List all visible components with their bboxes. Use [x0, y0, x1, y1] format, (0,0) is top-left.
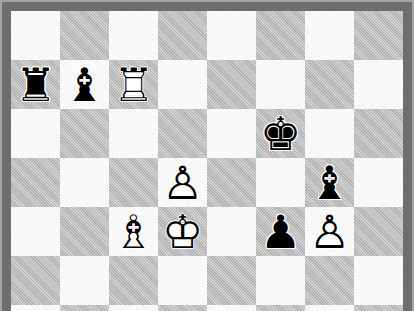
white-bishop: ♝♗	[109, 207, 158, 256]
white-king-fill: ♚	[158, 207, 207, 256]
square-c3[interactable]	[109, 256, 158, 305]
square-g6[interactable]	[305, 109, 354, 158]
square-h3[interactable]	[354, 256, 403, 305]
square-d8[interactable]	[158, 11, 207, 60]
black-king: ♚	[256, 109, 305, 158]
window-bevel: ♜♝♜♖♚♟♙♝♝♗♚♔♟♟♙	[0, 0, 414, 311]
square-e2[interactable]	[207, 305, 256, 311]
square-f6[interactable]: ♚	[256, 109, 305, 158]
white-pawn-fill: ♟	[158, 158, 207, 207]
square-c2[interactable]	[109, 305, 158, 311]
square-f8[interactable]	[256, 11, 305, 60]
black-bishop: ♝	[305, 158, 354, 207]
square-b4[interactable]	[60, 207, 109, 256]
black-pawn-glyph: ♟	[256, 207, 305, 256]
black-bishop-glyph: ♝	[305, 158, 354, 207]
square-a3[interactable]	[11, 256, 60, 305]
square-g4[interactable]: ♟♙	[305, 207, 354, 256]
square-h5[interactable]	[354, 158, 403, 207]
square-h2[interactable]	[354, 305, 403, 311]
square-b2[interactable]	[60, 305, 109, 311]
square-g2[interactable]	[305, 305, 354, 311]
square-c5[interactable]	[109, 158, 158, 207]
square-b6[interactable]	[60, 109, 109, 158]
square-g8[interactable]	[305, 11, 354, 60]
white-king: ♚♔	[158, 207, 207, 256]
square-e7[interactable]	[207, 60, 256, 109]
square-g5[interactable]: ♝	[305, 158, 354, 207]
square-a6[interactable]	[11, 109, 60, 158]
white-bishop-outline: ♗	[109, 207, 158, 256]
square-d2[interactable]	[158, 305, 207, 311]
white-pawn-outline: ♙	[305, 207, 354, 256]
square-a8[interactable]	[11, 11, 60, 60]
white-pawn: ♟♙	[305, 207, 354, 256]
black-rook: ♜	[11, 60, 60, 109]
square-f7[interactable]	[256, 60, 305, 109]
square-g7[interactable]	[305, 60, 354, 109]
white-bishop-fill: ♝	[109, 207, 158, 256]
white-pawn-fill: ♟	[305, 207, 354, 256]
square-d3[interactable]	[158, 256, 207, 305]
square-h4[interactable]	[354, 207, 403, 256]
square-f2[interactable]	[256, 305, 305, 311]
black-rook-glyph: ♜	[11, 60, 60, 109]
square-a7[interactable]: ♜	[11, 60, 60, 109]
square-d5[interactable]: ♟♙	[158, 158, 207, 207]
square-h8[interactable]	[354, 11, 403, 60]
square-c6[interactable]	[109, 109, 158, 158]
square-a4[interactable]	[11, 207, 60, 256]
white-pawn-outline: ♙	[158, 158, 207, 207]
square-e4[interactable]	[207, 207, 256, 256]
square-e3[interactable]	[207, 256, 256, 305]
square-a2[interactable]	[11, 305, 60, 311]
square-h6[interactable]	[354, 109, 403, 158]
white-rook: ♜♖	[109, 60, 158, 109]
square-e5[interactable]	[207, 158, 256, 207]
square-b8[interactable]	[60, 11, 109, 60]
square-d4[interactable]: ♚♔	[158, 207, 207, 256]
chess-board: ♜♝♜♖♚♟♙♝♝♗♚♔♟♟♙	[11, 11, 403, 311]
square-h7[interactable]	[354, 60, 403, 109]
white-rook-outline: ♖	[109, 60, 158, 109]
square-b5[interactable]	[60, 158, 109, 207]
black-pawn: ♟	[256, 207, 305, 256]
square-a5[interactable]	[11, 158, 60, 207]
square-e8[interactable]	[207, 11, 256, 60]
square-g3[interactable]	[305, 256, 354, 305]
square-d7[interactable]	[158, 60, 207, 109]
white-rook-fill: ♜	[109, 60, 158, 109]
board-border: ♜♝♜♖♚♟♙♝♝♗♚♔♟♟♙	[2, 2, 412, 311]
square-c7[interactable]: ♜♖	[109, 60, 158, 109]
square-f4[interactable]: ♟	[256, 207, 305, 256]
square-b7[interactable]: ♝	[60, 60, 109, 109]
black-king-glyph: ♚	[256, 109, 305, 158]
square-e6[interactable]	[207, 109, 256, 158]
square-f3[interactable]	[256, 256, 305, 305]
square-c4[interactable]: ♝♗	[109, 207, 158, 256]
white-pawn: ♟♙	[158, 158, 207, 207]
black-bishop-glyph: ♝	[60, 60, 109, 109]
black-bishop: ♝	[60, 60, 109, 109]
square-c8[interactable]	[109, 11, 158, 60]
white-king-outline: ♔	[158, 207, 207, 256]
square-d6[interactable]	[158, 109, 207, 158]
square-b3[interactable]	[60, 256, 109, 305]
square-f5[interactable]	[256, 158, 305, 207]
